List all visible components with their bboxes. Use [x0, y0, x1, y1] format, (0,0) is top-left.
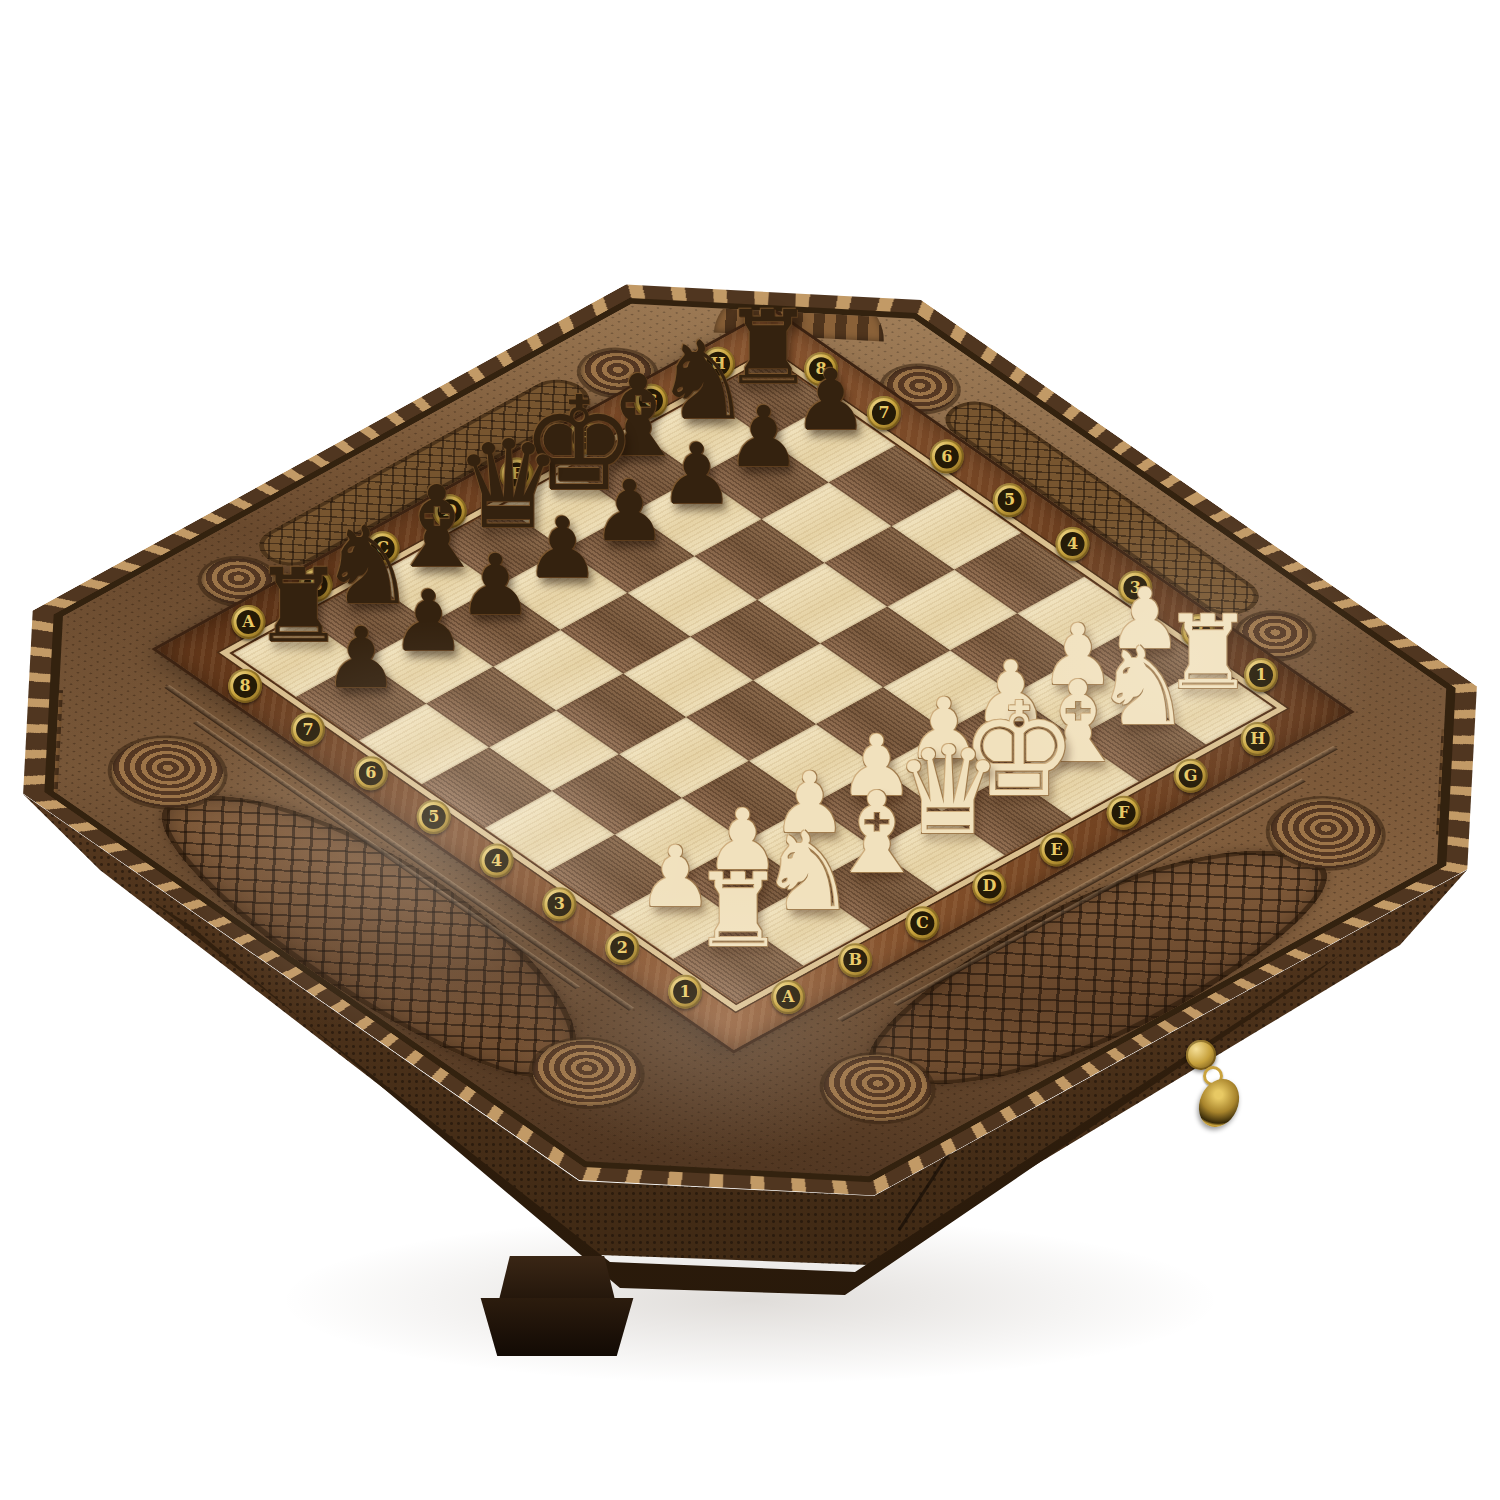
coord-disc-right-g: G	[1174, 759, 1208, 793]
coord-disc-label: 1	[673, 980, 697, 1004]
coord-disc-right-c: C	[905, 906, 939, 940]
coord-disc-label: 6	[359, 761, 383, 785]
coord-disc-label: 6	[935, 445, 959, 469]
coord-disc-label: D	[977, 874, 1001, 898]
photo-octagonal-chess-set: ♜♟♟♜♞♟♟♞♝♟♟♝♚♟♟♚♛♟♟♛♝♟♟♝♞♟♟♞♜♟♟♜ 8877665…	[0, 0, 1500, 1500]
coord-disc-bottom-4: 4	[480, 844, 514, 878]
coord-disc-top-4: 4	[1056, 527, 1090, 561]
coord-disc-label: 7	[296, 718, 320, 742]
coord-disc-bottom-1: 1	[668, 975, 702, 1009]
coord-disc-label: 3	[547, 892, 571, 916]
drawer-knob-medallion-icon	[1191, 1072, 1246, 1133]
coord-disc-label: 4	[485, 849, 509, 873]
coord-disc-label: 8	[233, 674, 257, 698]
coord-disc-label: C	[910, 911, 934, 935]
coord-disc-label: A	[776, 985, 800, 1009]
coord-disc-label: 5	[422, 805, 446, 829]
coord-disc-right-f: F	[1107, 796, 1141, 830]
coord-disc-bottom-8: 8	[228, 669, 262, 703]
coord-disc-bottom-3: 3	[542, 887, 576, 921]
board-foot	[498, 1256, 616, 1304]
coord-disc-bottom-6: 6	[354, 756, 388, 790]
coord-disc-label: F	[1112, 801, 1136, 825]
coord-disc-label: B	[843, 948, 867, 972]
coord-disc-label: 5	[998, 488, 1022, 512]
coord-disc-label: 2	[610, 936, 634, 960]
coord-disc-bottom-2: 2	[605, 931, 639, 965]
board-foot-base	[474, 1298, 640, 1356]
coord-disc-right-b: B	[838, 943, 872, 977]
piece-white-rook[interactable]: ♜	[692, 860, 784, 962]
board-top: ♜♟♟♜♞♟♟♞♝♟♟♝♚♟♟♚♛♟♟♛♝♟♟♝♞♟♟♞♜♟♟♜ 8877665…	[0, 201, 1500, 1280]
coord-disc-label: E	[1045, 838, 1069, 862]
coord-disc-label: H	[1246, 727, 1270, 751]
coord-disc-right-h: H	[1241, 722, 1275, 756]
coord-disc-right-d: D	[972, 869, 1006, 903]
coord-disc-bottom-7: 7	[291, 713, 325, 747]
coord-disc-label: G	[1179, 764, 1203, 788]
coord-disc-right-a: A	[771, 980, 805, 1014]
coord-disc-top-5: 5	[993, 483, 1027, 517]
coord-disc-label: 4	[1061, 532, 1085, 556]
coord-disc-top-6: 6	[930, 440, 964, 474]
coord-disc-bottom-5: 5	[417, 800, 451, 834]
coord-disc-right-e: E	[1040, 833, 1074, 867]
piece-black-pawn[interactable]: ♟	[315, 616, 407, 700]
